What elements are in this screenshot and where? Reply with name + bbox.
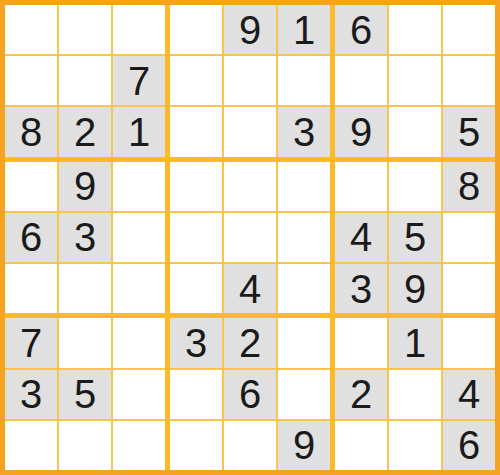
cell-r9c3-empty[interactable] [113, 421, 165, 470]
cell-r3c6-given: 3 [278, 107, 330, 156]
cell-r7c8-given: 1 [389, 318, 441, 367]
cell-r1c5-given: 9 [224, 5, 276, 54]
cell-r4c7-empty[interactable] [335, 162, 387, 211]
cell-r7c4-given: 3 [170, 318, 222, 367]
cell-r9c5-empty[interactable] [224, 421, 276, 470]
cell-r6c4-empty[interactable] [170, 264, 222, 313]
cell-r7c9-empty[interactable] [443, 318, 495, 367]
sudoku-box-2: 913 [170, 5, 330, 157]
sudoku-box-6: 84539 [335, 162, 495, 314]
cell-r2c9-empty[interactable] [443, 56, 495, 105]
cell-r9c6-given: 9 [278, 421, 330, 470]
cell-r7c2-empty[interactable] [59, 318, 111, 367]
cell-r6c8-given: 9 [389, 264, 441, 313]
cell-r8c9-given: 4 [443, 370, 495, 419]
cell-r5c6-empty[interactable] [278, 213, 330, 262]
sudoku-box-7: 735 [5, 318, 165, 470]
cell-r9c9-given: 6 [443, 421, 495, 470]
cell-r9c4-empty[interactable] [170, 421, 222, 470]
cell-r8c8-empty[interactable] [389, 370, 441, 419]
cell-r6c9-empty[interactable] [443, 264, 495, 313]
cell-r3c1-given: 8 [5, 107, 57, 156]
cell-r2c4-empty[interactable] [170, 56, 222, 105]
cell-r9c2-empty[interactable] [59, 421, 111, 470]
sudoku-box-1: 7821 [5, 5, 165, 157]
cell-r1c6-given: 1 [278, 5, 330, 54]
cell-r8c5-given: 6 [224, 370, 276, 419]
sudoku-box-4: 963 [5, 162, 165, 314]
cell-r1c9-empty[interactable] [443, 5, 495, 54]
cell-r3c2-given: 2 [59, 107, 111, 156]
cell-r7c7-empty[interactable] [335, 318, 387, 367]
cell-r5c8-given: 5 [389, 213, 441, 262]
cell-r2c7-empty[interactable] [335, 56, 387, 105]
cell-r6c2-empty[interactable] [59, 264, 111, 313]
cell-r8c7-given: 2 [335, 370, 387, 419]
cell-r1c1-empty[interactable] [5, 5, 57, 54]
cell-r5c5-empty[interactable] [224, 213, 276, 262]
cell-r4c6-empty[interactable] [278, 162, 330, 211]
cell-r8c2-given: 5 [59, 370, 111, 419]
cell-r5c2-given: 3 [59, 213, 111, 262]
cell-r3c9-given: 5 [443, 107, 495, 156]
cell-r2c5-empty[interactable] [224, 56, 276, 105]
cell-r7c5-given: 2 [224, 318, 276, 367]
sudoku-box-9: 1246 [335, 318, 495, 470]
cell-r9c8-empty[interactable] [389, 421, 441, 470]
cell-r3c7-given: 9 [335, 107, 387, 156]
cell-r2c6-empty[interactable] [278, 56, 330, 105]
cell-r1c4-empty[interactable] [170, 5, 222, 54]
cell-r3c8-empty[interactable] [389, 107, 441, 156]
cell-r7c3-empty[interactable] [113, 318, 165, 367]
cell-r8c3-empty[interactable] [113, 370, 165, 419]
cell-r5c3-empty[interactable] [113, 213, 165, 262]
cell-r2c2-empty[interactable] [59, 56, 111, 105]
cell-r5c1-given: 6 [5, 213, 57, 262]
cell-r2c3-given: 7 [113, 56, 165, 105]
cell-r5c9-empty[interactable] [443, 213, 495, 262]
cell-r9c7-empty[interactable] [335, 421, 387, 470]
sudoku-box-3: 695 [335, 5, 495, 157]
cell-r4c4-empty[interactable] [170, 162, 222, 211]
cell-r4c2-given: 9 [59, 162, 111, 211]
cell-r5c4-empty[interactable] [170, 213, 222, 262]
cell-r5c7-given: 4 [335, 213, 387, 262]
sudoku-box-8: 3269 [170, 318, 330, 470]
cell-r7c1-given: 7 [5, 318, 57, 367]
cell-r6c3-empty[interactable] [113, 264, 165, 313]
cell-r4c3-empty[interactable] [113, 162, 165, 211]
cell-r6c1-empty[interactable] [5, 264, 57, 313]
cell-r4c8-empty[interactable] [389, 162, 441, 211]
cell-r6c7-given: 3 [335, 264, 387, 313]
sudoku-box-5: 4 [170, 162, 330, 314]
cell-r9c1-empty[interactable] [5, 421, 57, 470]
cell-r2c1-empty[interactable] [5, 56, 57, 105]
cell-r8c4-empty[interactable] [170, 370, 222, 419]
cell-r4c9-given: 8 [443, 162, 495, 211]
cell-r4c5-empty[interactable] [224, 162, 276, 211]
cell-r3c4-empty[interactable] [170, 107, 222, 156]
cell-r1c2-empty[interactable] [59, 5, 111, 54]
cell-r8c1-given: 3 [5, 370, 57, 419]
cell-r6c5-given: 4 [224, 264, 276, 313]
cell-r8c6-empty[interactable] [278, 370, 330, 419]
cell-r6c6-empty[interactable] [278, 264, 330, 313]
cell-r7c6-empty[interactable] [278, 318, 330, 367]
cell-r1c8-empty[interactable] [389, 5, 441, 54]
cell-r1c7-given: 6 [335, 5, 387, 54]
cell-r2c8-empty[interactable] [389, 56, 441, 105]
cell-r3c3-given: 1 [113, 107, 165, 156]
cell-r3c5-empty[interactable] [224, 107, 276, 156]
cell-r4c1-empty[interactable] [5, 162, 57, 211]
cell-r1c3-empty[interactable] [113, 5, 165, 54]
sudoku-board: 782191369596348453973532691246 [0, 0, 500, 475]
